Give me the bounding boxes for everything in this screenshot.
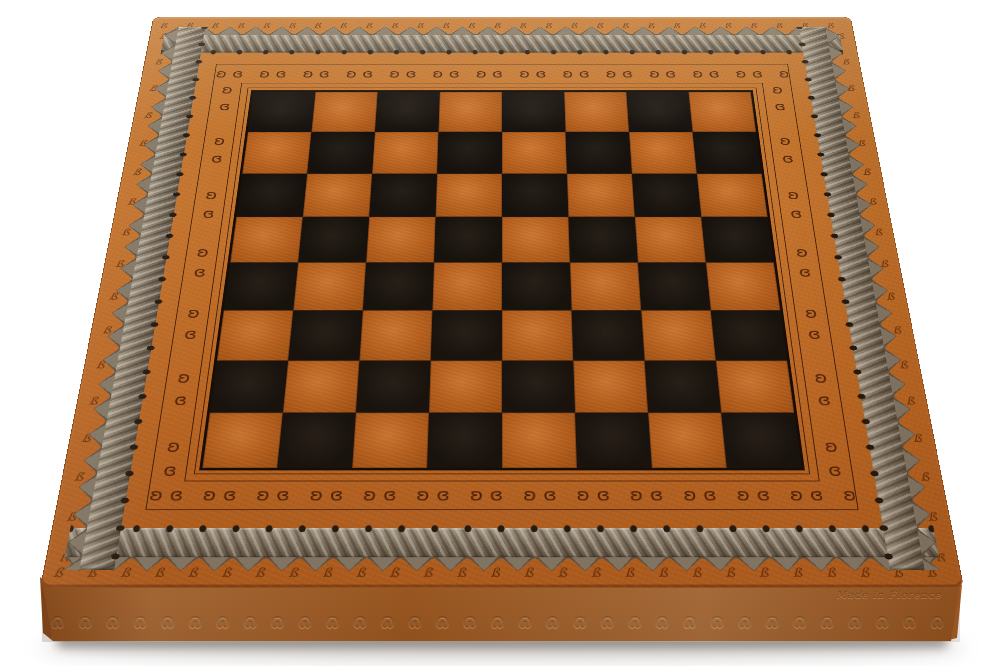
square-c3[interactable]	[359, 310, 432, 360]
square-h5[interactable]	[701, 217, 774, 263]
square-h2[interactable]	[716, 360, 794, 413]
square-d8[interactable]	[438, 92, 502, 132]
square-h8[interactable]	[688, 92, 756, 132]
square-a6[interactable]	[236, 173, 307, 217]
square-c5[interactable]	[366, 217, 435, 263]
square-b3[interactable]	[288, 310, 363, 360]
square-d4[interactable]	[432, 262, 502, 310]
board-box-lid: ß ß ß ß ß ß ß ß ß ß ß ß ß ß ß ß ß ß ß ß …	[40, 17, 964, 588]
square-a7[interactable]	[242, 132, 311, 174]
square-e5[interactable]	[502, 217, 570, 263]
square-g4[interactable]	[638, 262, 711, 310]
square-a3[interactable]	[217, 310, 293, 360]
square-d6[interactable]	[436, 173, 502, 217]
square-a8[interactable]	[248, 92, 316, 132]
square-e8[interactable]	[502, 92, 566, 132]
board-frame	[199, 90, 805, 470]
leather-lacing-top	[161, 34, 843, 52]
square-e1[interactable]	[502, 413, 577, 468]
square-f2[interactable]	[573, 360, 648, 413]
square-c2[interactable]	[356, 360, 431, 413]
square-a4[interactable]	[224, 262, 298, 310]
square-g8[interactable]	[626, 92, 692, 132]
square-b1[interactable]	[277, 413, 356, 468]
square-a1[interactable]	[202, 413, 283, 468]
square-f1[interactable]	[575, 413, 652, 468]
scroll-border-bottom: ʚɞ ʚɞ ʚɞ ʚɞ ʚɞ ʚɞ ʚɞ ʚɞ ʚɞ ʚɞ ʚɞ ʚɞ ʚɞ ʚ…	[148, 482, 857, 508]
square-g1[interactable]	[648, 413, 727, 468]
square-e7[interactable]	[502, 132, 567, 174]
square-h4[interactable]	[706, 262, 780, 310]
square-f8[interactable]	[564, 92, 629, 132]
square-f5[interactable]	[568, 217, 637, 263]
square-e2[interactable]	[502, 360, 575, 413]
square-g7[interactable]	[629, 132, 697, 174]
square-f4[interactable]	[570, 262, 641, 310]
square-b2[interactable]	[283, 360, 360, 413]
embossed-text: Made in Florence	[836, 589, 966, 600]
square-f6[interactable]	[567, 173, 635, 217]
square-g2[interactable]	[645, 360, 722, 413]
square-h1[interactable]	[721, 413, 802, 468]
square-f7[interactable]	[566, 132, 632, 174]
square-g3[interactable]	[641, 310, 716, 360]
square-d1[interactable]	[427, 413, 502, 468]
square-d7[interactable]	[437, 132, 502, 174]
scroll-border-top: ʚɞ ʚɞ ʚɞ ʚɞ ʚɞ ʚɞ ʚɞ ʚɞ ʚɞ ʚɞ ʚɞ ʚɞ ʚɞ ʚ…	[215, 65, 790, 82]
square-e3[interactable]	[502, 310, 573, 360]
product-photo: ɷ ɷ ɷ ɷ ɷ ɷ ɷ ɷ ɷ ɷ ɷ ɷ ɷ ɷ ɷ ɷ ɷ ɷ ɷ ɷ …	[0, 0, 1000, 666]
square-b6[interactable]	[303, 173, 372, 217]
square-a2[interactable]	[210, 360, 288, 413]
square-b7[interactable]	[307, 132, 375, 174]
square-d5[interactable]	[434, 217, 502, 263]
front-face-sheen	[42, 582, 960, 642]
square-c8[interactable]	[375, 92, 440, 132]
square-d2[interactable]	[429, 360, 502, 413]
square-b8[interactable]	[311, 92, 377, 132]
square-b5[interactable]	[298, 217, 369, 263]
square-h6[interactable]	[697, 173, 768, 217]
square-h3[interactable]	[711, 310, 787, 360]
square-e4[interactable]	[502, 262, 572, 310]
square-f3[interactable]	[572, 310, 645, 360]
square-g5[interactable]	[635, 217, 706, 263]
square-c6[interactable]	[369, 173, 437, 217]
square-b4[interactable]	[293, 262, 366, 310]
square-h7[interactable]	[693, 132, 762, 174]
chess-board	[202, 92, 801, 468]
square-a5[interactable]	[230, 217, 303, 263]
leather-lacing-bottom	[65, 528, 940, 558]
square-c7[interactable]	[372, 132, 438, 174]
square-e6[interactable]	[502, 173, 568, 217]
square-c4[interactable]	[363, 262, 434, 310]
square-d3[interactable]	[431, 310, 502, 360]
square-g6[interactable]	[632, 173, 701, 217]
square-c1[interactable]	[352, 413, 429, 468]
